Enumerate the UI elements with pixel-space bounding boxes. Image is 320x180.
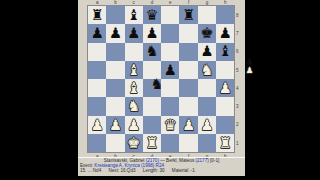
- square-h6[interactable]: ♝: [216, 43, 234, 61]
- square-b5[interactable]: [106, 61, 124, 79]
- square-c1[interactable]: ♚: [125, 134, 143, 152]
- square-g3[interactable]: [198, 97, 216, 115]
- black-pawn-icon: ♟: [109, 26, 122, 41]
- file-label-e: e: [161, 0, 179, 5]
- black-pawn-icon: ♟: [200, 44, 213, 59]
- white-pawn-icon: ♟: [109, 118, 122, 133]
- square-a3[interactable]: [88, 97, 106, 115]
- square-c6[interactable]: [125, 43, 143, 61]
- black-pawn-icon: ♟: [164, 63, 177, 78]
- black-pawn-icon: ♟: [127, 26, 140, 41]
- white-bishop-icon: ♝: [127, 81, 140, 96]
- game-result: [0-1]: [210, 158, 219, 163]
- next-move: Next: 16.Qd3: [108, 168, 135, 173]
- square-b7[interactable]: ♟: [106, 24, 124, 42]
- caption-area: Stanisavski, Gabriel (2170) — Berkl, Mat…: [80, 158, 243, 173]
- square-h3[interactable]: [216, 97, 234, 115]
- white-knight-icon: ♞: [127, 99, 140, 114]
- square-e5[interactable]: ♟: [161, 61, 179, 79]
- white-queen-icon: ♛: [164, 118, 177, 133]
- file-labels-top: abcdefgh: [88, 0, 234, 5]
- white-knight-icon: ♞: [200, 63, 213, 78]
- square-a6[interactable]: [88, 43, 106, 61]
- white-rook-icon: ♜: [146, 136, 159, 151]
- square-a7[interactable]: ♟: [88, 24, 106, 42]
- black-player-rating[interactable]: (2177): [195, 158, 208, 163]
- white-pawn-icon: ♟: [91, 118, 104, 133]
- square-c7[interactable]: ♟: [125, 24, 143, 42]
- move-info-line: 15. ... Nd4 Next: 16.Qd3 Length: 30 Mate…: [80, 168, 243, 173]
- square-g2[interactable]: ♟: [198, 116, 216, 134]
- square-f7[interactable]: [179, 24, 197, 42]
- square-g1[interactable]: [198, 134, 216, 152]
- square-b3[interactable]: [106, 97, 124, 115]
- game-length: Length: 30: [143, 168, 165, 173]
- board: ♜♝♛♜♟♟♟♟♚♟♞♟♝♝♟♞♝♞♟♞♟♟♟♛♟♟♚♜♜: [87, 5, 235, 153]
- file-label-a: a: [88, 0, 106, 5]
- file-label-c: c: [125, 0, 143, 5]
- file-label-d: d: [143, 0, 161, 5]
- square-e4[interactable]: [161, 79, 179, 97]
- last-move: 15. ... Nd4: [80, 168, 101, 173]
- square-h4[interactable]: ♟: [216, 79, 234, 97]
- square-b1[interactable]: [106, 134, 124, 152]
- file-label-g: g: [198, 0, 216, 5]
- square-a1[interactable]: [88, 134, 106, 152]
- square-e7[interactable]: [161, 24, 179, 42]
- square-d4[interactable]: ♞: [143, 79, 161, 97]
- square-f2[interactable]: ♟: [179, 116, 197, 134]
- square-h1[interactable]: ♜: [216, 134, 234, 152]
- square-f6[interactable]: [179, 43, 197, 61]
- app-panel: abcdefgh ♜♝♛♜♟♟♟♟♚♟♞♟♝♝♟♞♝♞♟♞♟♟♟♛♟♟♚♜♜ a…: [78, 0, 245, 176]
- square-g8[interactable]: [198, 6, 216, 24]
- square-f1[interactable]: [179, 134, 197, 152]
- square-d6[interactable]: ♞: [143, 43, 161, 61]
- square-b6[interactable]: [106, 43, 124, 61]
- black-pawn-icon: ♟: [91, 26, 104, 41]
- square-c5[interactable]: ♝: [125, 61, 143, 79]
- white-pawn-icon: ♟: [219, 81, 232, 96]
- rank-label-8: 8: [236, 6, 239, 24]
- black-queen-icon: ♛: [146, 8, 159, 23]
- black-rook-icon: ♜: [91, 8, 104, 23]
- square-f8[interactable]: ♜: [179, 6, 197, 24]
- square-b8[interactable]: [106, 6, 124, 24]
- square-b4[interactable]: [106, 79, 124, 97]
- square-d2[interactable]: [143, 116, 161, 134]
- square-d8[interactable]: ♛: [143, 6, 161, 24]
- square-a2[interactable]: ♟: [88, 116, 106, 134]
- black-rook-icon: ♜: [182, 8, 195, 23]
- square-e1[interactable]: [161, 134, 179, 152]
- board-area: abcdefgh ♜♝♛♜♟♟♟♟♚♟♞♟♝♝♟♞♝♞♟♞♟♟♟♛♟♟♚♜♜ a…: [87, 5, 234, 152]
- square-d3[interactable]: [143, 97, 161, 115]
- white-pawn-icon: ♟: [200, 118, 213, 133]
- square-h5[interactable]: [216, 61, 234, 79]
- file-label-f: f: [179, 0, 197, 5]
- square-d7[interactable]: ♟: [143, 24, 161, 42]
- square-a8[interactable]: ♜: [88, 6, 106, 24]
- square-h8[interactable]: [216, 6, 234, 24]
- square-a5[interactable]: [88, 61, 106, 79]
- square-d1[interactable]: ♜: [143, 134, 161, 152]
- square-a4[interactable]: [88, 79, 106, 97]
- square-g4[interactable]: [198, 79, 216, 97]
- square-c4[interactable]: ♝: [125, 79, 143, 97]
- white-pawn-icon: ♟: [246, 66, 254, 75]
- captured-pieces-tray: ♟♟: [245, 57, 254, 75]
- square-g7[interactable]: ♚: [198, 24, 216, 42]
- square-e8[interactable]: [161, 6, 179, 24]
- square-g6[interactable]: ♟: [198, 43, 216, 61]
- rank-label-6: 6: [236, 43, 239, 61]
- white-king-icon: ♚: [127, 136, 140, 151]
- white-pawn-icon: ♟: [182, 118, 195, 133]
- square-e3[interactable]: [161, 97, 179, 115]
- square-e6[interactable]: [161, 43, 179, 61]
- rank-label-3: 3: [236, 97, 239, 115]
- square-h2[interactable]: [216, 116, 234, 134]
- rank-label-7: 7: [236, 24, 239, 42]
- rank-label-2: 2: [236, 116, 239, 134]
- black-pawn-icon: ♟: [146, 26, 159, 41]
- material-balance: Material: -1: [172, 168, 195, 173]
- square-c8[interactable]: ♝: [125, 6, 143, 24]
- black-bishop-icon: ♝: [127, 8, 140, 23]
- rank-label-5: 5: [236, 61, 239, 79]
- square-e2[interactable]: ♛: [161, 116, 179, 134]
- square-h7[interactable]: ♟: [216, 24, 234, 42]
- square-f3[interactable]: [179, 97, 197, 115]
- square-c3[interactable]: ♞: [125, 97, 143, 115]
- white-bishop-icon: ♝: [127, 63, 140, 78]
- black-knight-icon: ♞: [146, 44, 159, 59]
- black-bishop-icon: ♝: [219, 44, 232, 59]
- white-pawn-icon: ♟: [127, 118, 140, 133]
- black-pawn-icon: ♟: [219, 26, 232, 41]
- file-label-h: h: [216, 0, 234, 5]
- square-c2[interactable]: ♟: [125, 116, 143, 134]
- square-g5[interactable]: ♞: [198, 61, 216, 79]
- file-label-b: b: [106, 0, 124, 5]
- rank-label-1: 1: [236, 134, 239, 152]
- rank-label-4: 4: [236, 79, 239, 97]
- rank-labels: 87654321: [236, 6, 239, 152]
- black-player-name: Berkl, Mateus: [166, 158, 194, 163]
- white-rook-icon: ♜: [219, 136, 232, 151]
- square-f5[interactable]: [179, 61, 197, 79]
- square-b2[interactable]: ♟: [106, 116, 124, 134]
- black-king-icon: ♚: [200, 26, 213, 41]
- square-f4[interactable]: [179, 79, 197, 97]
